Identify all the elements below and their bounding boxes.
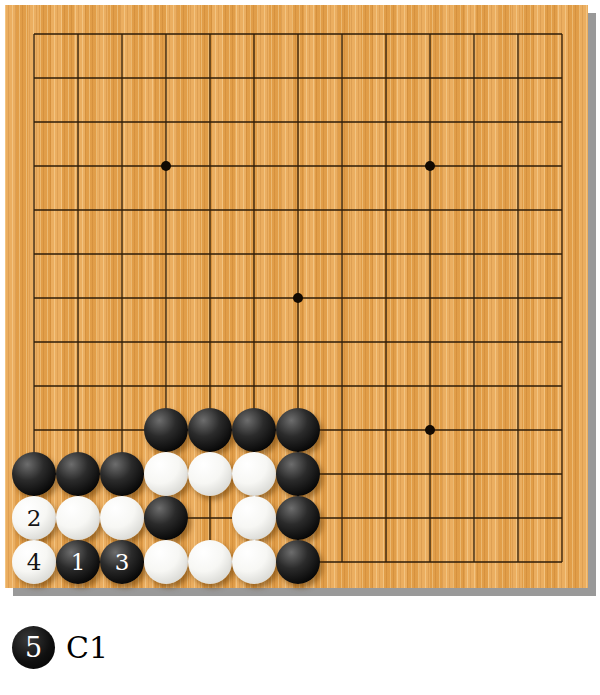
stone-black-B3[interactable]	[56, 452, 100, 496]
stone-white-E1[interactable]	[188, 540, 232, 584]
star-point	[161, 161, 171, 171]
caption-coordinate: C1	[66, 633, 108, 663]
stone-black-B1[interactable]: 1	[56, 540, 100, 584]
stone-black-G1[interactable]	[276, 540, 320, 584]
stone-white-E3[interactable]	[188, 452, 232, 496]
stone-black-G2[interactable]	[276, 496, 320, 540]
go-board[interactable]: 2413	[5, 5, 588, 588]
move-number-label: 2	[27, 507, 42, 530]
move-number-label: 3	[115, 551, 130, 574]
star-point	[425, 425, 435, 435]
star-point	[425, 161, 435, 171]
stone-white-A2[interactable]: 2	[12, 496, 56, 540]
stone-black-C3[interactable]	[100, 452, 144, 496]
stone-black-G3[interactable]	[276, 452, 320, 496]
stone-white-F3[interactable]	[232, 452, 276, 496]
stone-black-A3[interactable]	[12, 452, 56, 496]
stone-white-D1[interactable]	[144, 540, 188, 584]
stone-white-A1[interactable]: 4	[12, 540, 56, 584]
move-number-label: 4	[27, 551, 42, 574]
stone-black-D2[interactable]	[144, 496, 188, 540]
star-point	[293, 293, 303, 303]
stone-white-D3[interactable]	[144, 452, 188, 496]
stone-white-B2[interactable]	[56, 496, 100, 540]
stone-black-F4[interactable]	[232, 408, 276, 452]
caption-move-number: 5	[25, 634, 42, 661]
move-number-label: 1	[71, 551, 86, 574]
stone-white-C2[interactable]	[100, 496, 144, 540]
stone-white-F1[interactable]	[232, 540, 276, 584]
stone-black-C1[interactable]: 3	[100, 540, 144, 584]
stone-white-F2[interactable]	[232, 496, 276, 540]
stone-black-G4[interactable]	[276, 408, 320, 452]
stone-black-D4[interactable]	[144, 408, 188, 452]
stone-black-E4[interactable]	[188, 408, 232, 452]
caption: 5 C1	[12, 626, 108, 669]
caption-black-stone-icon: 5	[12, 626, 55, 669]
